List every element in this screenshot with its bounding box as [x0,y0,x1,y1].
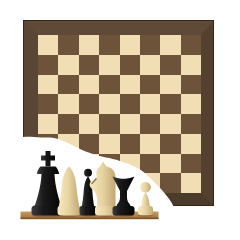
square-b3 [58,134,78,154]
square-c6 [79,75,99,95]
square-b4 [58,114,78,134]
square-e2 [120,154,140,174]
product-photo [0,0,240,240]
square-e7 [120,55,140,75]
square-g7 [160,55,180,75]
square-b2 [58,154,78,174]
square-b6 [58,75,78,95]
square-g4 [160,114,180,134]
square-c5 [79,94,99,114]
square-g2 [160,154,180,174]
square-c8 [79,35,99,55]
square-g3 [160,134,180,154]
square-a6 [38,75,58,95]
square-e1 [120,173,140,193]
square-a2 [38,154,58,174]
square-d3 [99,134,119,154]
chess-board [24,21,213,205]
square-f2 [140,154,160,174]
square-a4 [38,114,58,134]
square-g6 [160,75,180,95]
square-a3 [38,134,58,154]
square-d6 [99,75,119,95]
square-g8 [160,35,180,55]
square-c2 [79,154,99,174]
square-e5 [120,94,140,114]
square-h7 [181,55,201,75]
square-e3 [120,134,140,154]
square-e6 [120,75,140,95]
square-f8 [140,35,160,55]
square-c7 [79,55,99,75]
square-h8 [181,35,201,55]
square-d5 [99,94,119,114]
square-a1 [38,173,58,193]
square-d4 [99,114,119,134]
square-h5 [181,94,201,114]
square-a8 [38,35,58,55]
square-d1 [99,173,119,193]
square-f3 [140,134,160,154]
square-f6 [140,75,160,95]
square-c1 [79,173,99,193]
square-e8 [120,35,140,55]
square-h1 [181,173,201,193]
square-h6 [181,75,201,95]
square-c3 [79,134,99,154]
piece-shadows [32,214,153,217]
square-b8 [58,35,78,55]
square-b5 [58,94,78,114]
square-b1 [58,173,78,193]
square-h2 [181,154,201,174]
square-g1 [160,173,180,193]
square-f4 [140,114,160,134]
square-f7 [140,55,160,75]
square-d8 [99,35,119,55]
square-b7 [58,55,78,75]
display-shelf [21,212,159,220]
square-f1 [140,173,160,193]
square-g5 [160,94,180,114]
square-c4 [79,114,99,134]
square-e4 [120,114,140,134]
board-field [38,35,201,193]
square-d7 [99,55,119,75]
square-h4 [181,114,201,134]
square-d2 [99,154,119,174]
square-a5 [38,94,58,114]
square-h3 [181,134,201,154]
square-f5 [140,94,160,114]
square-a7 [38,55,58,75]
